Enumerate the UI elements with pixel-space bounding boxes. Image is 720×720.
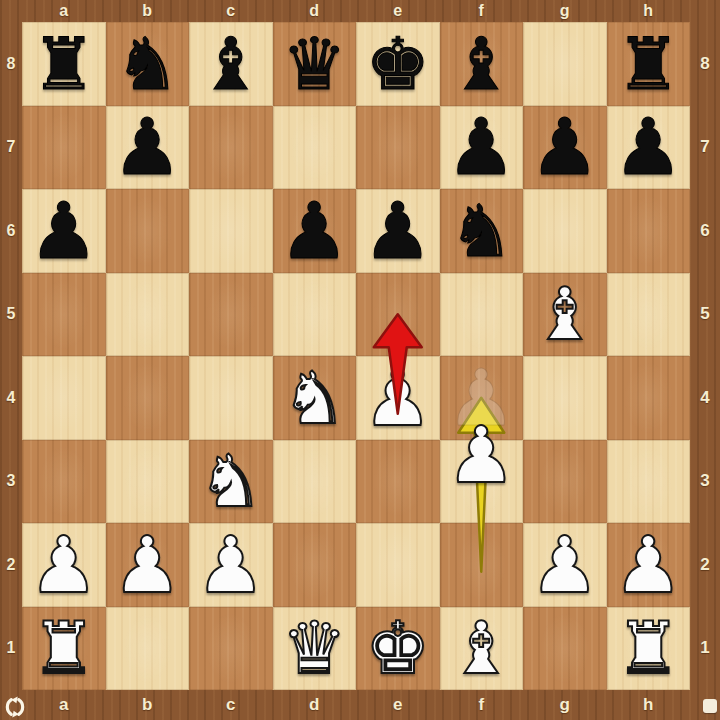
rank-labels-left: 87654321 (0, 22, 22, 690)
square-a3[interactable] (22, 440, 106, 524)
black-pawn-h7[interactable]: ♟ (607, 106, 691, 190)
black-pawn-d6[interactable]: ♟ (273, 189, 357, 273)
square-a7[interactable] (22, 106, 106, 190)
square-d3[interactable] (273, 440, 357, 524)
file-label-b: b (106, 0, 190, 22)
square-h3[interactable] (607, 440, 691, 524)
square-g1[interactable] (523, 607, 607, 691)
rank-labels-right: 87654321 (690, 22, 720, 690)
square-g8[interactable] (523, 22, 607, 106)
file-label-g: g (523, 0, 607, 22)
square-g3[interactable] (523, 440, 607, 524)
square-c7[interactable] (189, 106, 273, 190)
black-rook-h8[interactable]: ♜ (607, 22, 691, 106)
file-label-h: h (607, 0, 691, 22)
file-label-d: d (273, 0, 357, 22)
square-g4[interactable] (523, 356, 607, 440)
square-h5[interactable] (607, 273, 691, 357)
black-queen-d8[interactable]: ♛ (273, 22, 357, 106)
white-knight-d4[interactable]: ♞ (273, 356, 357, 440)
square-h4[interactable] (607, 356, 691, 440)
file-label-a: a (22, 0, 106, 22)
white-pawn-h2[interactable]: ♟ (607, 523, 691, 607)
square-b5[interactable] (106, 273, 190, 357)
white-pawn-a2[interactable]: ♟ (22, 523, 106, 607)
square-c4[interactable] (189, 356, 273, 440)
white-knight-c3[interactable]: ♞ (189, 440, 273, 524)
square-e7[interactable] (356, 106, 440, 190)
white-rook-a1[interactable]: ♜ (22, 607, 106, 691)
square-b4[interactable] (106, 356, 190, 440)
file-label-c: c (189, 0, 273, 22)
white-queen-d1[interactable]: ♛ (273, 607, 357, 691)
file-label-d: d (273, 690, 357, 720)
square-c1[interactable] (189, 607, 273, 691)
white-rook-h1[interactable]: ♜ (607, 607, 691, 691)
rank-label-6: 6 (0, 189, 22, 273)
rank-label-6: 6 (690, 189, 720, 273)
square-f2[interactable] (440, 523, 524, 607)
square-b1[interactable] (106, 607, 190, 691)
file-label-f: f (440, 0, 524, 22)
white-pawn-g2[interactable]: ♟ (523, 523, 607, 607)
black-bishop-c8[interactable]: ♝ (189, 22, 273, 106)
square-b6[interactable] (106, 189, 190, 273)
white-bishop-f1[interactable]: ♝ (440, 607, 524, 691)
black-knight-b8[interactable]: ♞ (106, 22, 190, 106)
black-king-e8[interactable]: ♚ (356, 22, 440, 106)
rank-label-1: 1 (690, 607, 720, 691)
file-label-e: e (356, 690, 440, 720)
file-label-f: f (440, 690, 524, 720)
moving-white-pawn-f3[interactable]: ♟ (440, 414, 524, 498)
rank-label-8: 8 (690, 22, 720, 106)
rank-label-4: 4 (0, 356, 22, 440)
file-label-e: e (356, 0, 440, 22)
white-pawn-c2[interactable]: ♟ (189, 523, 273, 607)
black-knight-f6[interactable]: ♞ (440, 189, 524, 273)
white-pawn-e4[interactable]: ♟ (356, 356, 440, 440)
square-g6[interactable] (523, 189, 607, 273)
white-bishop-g5[interactable]: ♝ (523, 273, 607, 357)
black-pawn-e6[interactable]: ♟ (356, 189, 440, 273)
file-labels-top: abcdefgh (22, 0, 690, 22)
rank-label-4: 4 (690, 356, 720, 440)
rank-label-2: 2 (0, 523, 22, 607)
rank-label-3: 3 (0, 440, 22, 524)
square-c5[interactable] (189, 273, 273, 357)
flip-board-icon[interactable] (3, 696, 27, 718)
chess-board-widget: abcdefgh abcdefgh 87654321 87654321 ♜♞♝♛… (0, 0, 720, 720)
rank-label-1: 1 (0, 607, 22, 691)
white-king-e1[interactable]: ♚ (356, 607, 440, 691)
rank-label-3: 3 (690, 440, 720, 524)
white-pawn-b2[interactable]: ♟ (106, 523, 190, 607)
rank-label-5: 5 (0, 273, 22, 357)
black-pawn-g7[interactable]: ♟ (523, 106, 607, 190)
square-f5[interactable] (440, 273, 524, 357)
file-label-b: b (106, 690, 190, 720)
square-e5[interactable] (356, 273, 440, 357)
black-rook-a8[interactable]: ♜ (22, 22, 106, 106)
black-pawn-f7[interactable]: ♟ (440, 106, 524, 190)
black-pawn-a6[interactable]: ♟ (22, 189, 106, 273)
rank-label-7: 7 (0, 106, 22, 190)
corner-marker-icon (703, 699, 717, 713)
file-label-a: a (22, 690, 106, 720)
square-b3[interactable] (106, 440, 190, 524)
file-label-c: c (189, 690, 273, 720)
black-bishop-f8[interactable]: ♝ (440, 22, 524, 106)
rank-label-5: 5 (690, 273, 720, 357)
square-h6[interactable] (607, 189, 691, 273)
square-e3[interactable] (356, 440, 440, 524)
square-d7[interactable] (273, 106, 357, 190)
file-label-h: h (607, 690, 691, 720)
square-c6[interactable] (189, 189, 273, 273)
black-pawn-b7[interactable]: ♟ (106, 106, 190, 190)
rank-label-2: 2 (690, 523, 720, 607)
square-d5[interactable] (273, 273, 357, 357)
square-a4[interactable] (22, 356, 106, 440)
file-label-g: g (523, 690, 607, 720)
square-a5[interactable] (22, 273, 106, 357)
file-labels-bottom: abcdefgh (22, 690, 690, 720)
rank-label-8: 8 (0, 22, 22, 106)
square-d2[interactable] (273, 523, 357, 607)
square-e2[interactable] (356, 523, 440, 607)
rank-label-7: 7 (690, 106, 720, 190)
